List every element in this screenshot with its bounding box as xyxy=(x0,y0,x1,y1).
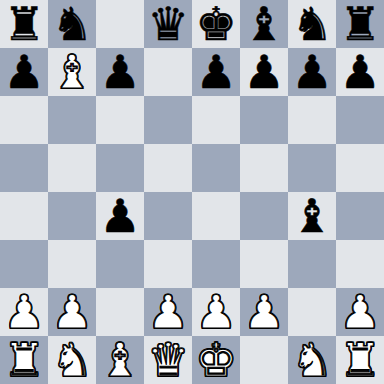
square-d3[interactable] xyxy=(144,240,192,288)
square-d4[interactable] xyxy=(144,192,192,240)
white-king-e1[interactable]: ♚ xyxy=(195,336,236,384)
chess-board: ♜♞♛♚♝♞♜♟♝♟♟♟♟♟♟♝♟♟♟♟♟♟♜♞♝♛♚♞♜ xyxy=(0,0,384,384)
square-a4[interactable] xyxy=(0,192,48,240)
square-f1[interactable] xyxy=(240,336,288,384)
square-d8[interactable]: ♛ xyxy=(144,0,192,48)
square-h7[interactable]: ♟ xyxy=(336,48,384,96)
square-e6[interactable] xyxy=(192,96,240,144)
square-b5[interactable] xyxy=(48,144,96,192)
black-pawn-c7[interactable]: ♟ xyxy=(99,48,140,96)
black-pawn-h7[interactable]: ♟ xyxy=(339,48,380,96)
square-c7[interactable]: ♟ xyxy=(96,48,144,96)
white-knight-g1[interactable]: ♞ xyxy=(291,336,332,384)
square-h5[interactable] xyxy=(336,144,384,192)
square-f7[interactable]: ♟ xyxy=(240,48,288,96)
square-a8[interactable]: ♜ xyxy=(0,0,48,48)
square-g8[interactable]: ♞ xyxy=(288,0,336,48)
white-pawn-a2[interactable]: ♟ xyxy=(3,288,44,336)
square-h6[interactable] xyxy=(336,96,384,144)
square-f2[interactable]: ♟ xyxy=(240,288,288,336)
square-g6[interactable] xyxy=(288,96,336,144)
white-pawn-e2[interactable]: ♟ xyxy=(195,288,236,336)
square-d5[interactable] xyxy=(144,144,192,192)
black-rook-h8[interactable]: ♜ xyxy=(339,0,380,48)
square-b1[interactable]: ♞ xyxy=(48,336,96,384)
black-bishop-f8[interactable]: ♝ xyxy=(243,0,284,48)
square-a2[interactable]: ♟ xyxy=(0,288,48,336)
square-h1[interactable]: ♜ xyxy=(336,336,384,384)
white-bishop-c1[interactable]: ♝ xyxy=(99,336,140,384)
square-f8[interactable]: ♝ xyxy=(240,0,288,48)
black-rook-a8[interactable]: ♜ xyxy=(3,0,44,48)
square-a1[interactable]: ♜ xyxy=(0,336,48,384)
white-knight-b1[interactable]: ♞ xyxy=(51,336,92,384)
square-c3[interactable] xyxy=(96,240,144,288)
white-rook-h1[interactable]: ♜ xyxy=(339,336,380,384)
square-c1[interactable]: ♝ xyxy=(96,336,144,384)
square-e4[interactable] xyxy=(192,192,240,240)
square-b8[interactable]: ♞ xyxy=(48,0,96,48)
black-pawn-g7[interactable]: ♟ xyxy=(291,48,332,96)
square-a7[interactable]: ♟ xyxy=(0,48,48,96)
white-rook-a1[interactable]: ♜ xyxy=(3,336,44,384)
square-e3[interactable] xyxy=(192,240,240,288)
white-queen-d1[interactable]: ♛ xyxy=(147,336,188,384)
square-e8[interactable]: ♚ xyxy=(192,0,240,48)
square-b4[interactable] xyxy=(48,192,96,240)
square-b2[interactable]: ♟ xyxy=(48,288,96,336)
black-pawn-c4[interactable]: ♟ xyxy=(99,192,140,240)
white-bishop-b7[interactable]: ♝ xyxy=(51,48,92,96)
square-b3[interactable] xyxy=(48,240,96,288)
square-g7[interactable]: ♟ xyxy=(288,48,336,96)
square-e7[interactable]: ♟ xyxy=(192,48,240,96)
square-h3[interactable] xyxy=(336,240,384,288)
white-pawn-f2[interactable]: ♟ xyxy=(243,288,284,336)
square-a6[interactable] xyxy=(0,96,48,144)
square-f3[interactable] xyxy=(240,240,288,288)
square-g5[interactable] xyxy=(288,144,336,192)
square-g3[interactable] xyxy=(288,240,336,288)
white-pawn-b2[interactable]: ♟ xyxy=(51,288,92,336)
black-queen-d8[interactable]: ♛ xyxy=(147,0,188,48)
black-bishop-g4[interactable]: ♝ xyxy=(291,192,332,240)
black-pawn-a7[interactable]: ♟ xyxy=(3,48,44,96)
square-h8[interactable]: ♜ xyxy=(336,0,384,48)
square-e2[interactable]: ♟ xyxy=(192,288,240,336)
square-g2[interactable] xyxy=(288,288,336,336)
square-c5[interactable] xyxy=(96,144,144,192)
black-knight-b8[interactable]: ♞ xyxy=(51,0,92,48)
square-f6[interactable] xyxy=(240,96,288,144)
square-a5[interactable] xyxy=(0,144,48,192)
square-g4[interactable]: ♝ xyxy=(288,192,336,240)
black-king-e8[interactable]: ♚ xyxy=(195,0,236,48)
square-d6[interactable] xyxy=(144,96,192,144)
white-pawn-d2[interactable]: ♟ xyxy=(147,288,188,336)
square-b7[interactable]: ♝ xyxy=(48,48,96,96)
white-pawn-h2[interactable]: ♟ xyxy=(339,288,380,336)
square-f4[interactable] xyxy=(240,192,288,240)
square-d2[interactable]: ♟ xyxy=(144,288,192,336)
square-c4[interactable]: ♟ xyxy=(96,192,144,240)
black-pawn-f7[interactable]: ♟ xyxy=(243,48,284,96)
square-a3[interactable] xyxy=(0,240,48,288)
black-pawn-e7[interactable]: ♟ xyxy=(195,48,236,96)
square-f5[interactable] xyxy=(240,144,288,192)
square-h2[interactable]: ♟ xyxy=(336,288,384,336)
square-c2[interactable] xyxy=(96,288,144,336)
black-knight-g8[interactable]: ♞ xyxy=(291,0,332,48)
square-d1[interactable]: ♛ xyxy=(144,336,192,384)
square-b6[interactable] xyxy=(48,96,96,144)
square-e5[interactable] xyxy=(192,144,240,192)
square-c6[interactable] xyxy=(96,96,144,144)
square-h4[interactable] xyxy=(336,192,384,240)
square-e1[interactable]: ♚ xyxy=(192,336,240,384)
square-d7[interactable] xyxy=(144,48,192,96)
square-c8[interactable] xyxy=(96,0,144,48)
square-g1[interactable]: ♞ xyxy=(288,336,336,384)
